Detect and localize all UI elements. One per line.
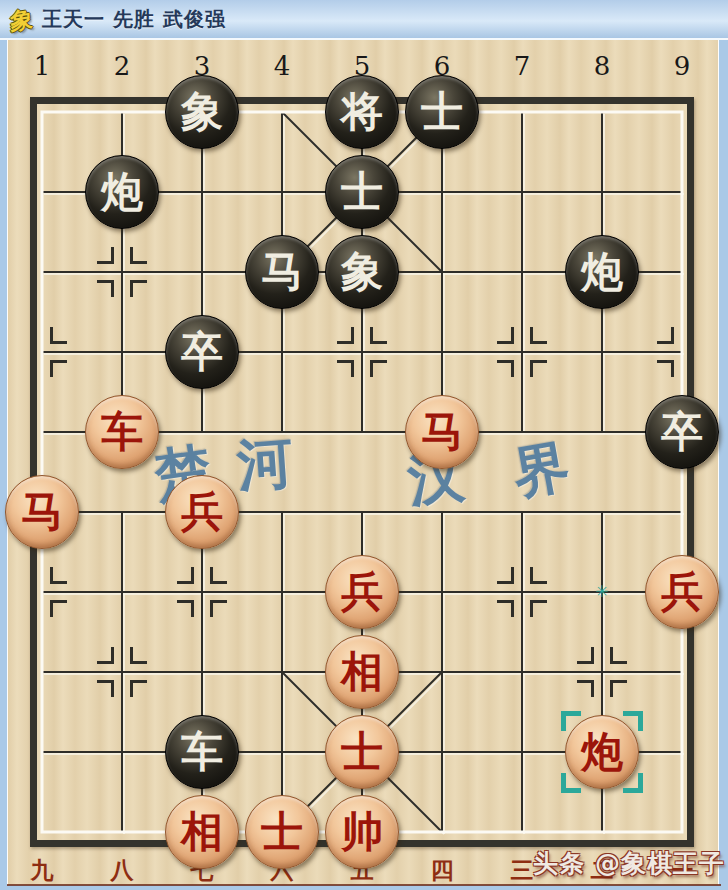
file-label-bottom-7: 三 — [511, 858, 534, 881]
point-marker — [530, 360, 547, 377]
black-piece-车[interactable]: 车 — [165, 715, 239, 789]
piece-glyph: 将 — [341, 91, 383, 133]
piece-glyph: 相 — [181, 811, 223, 853]
piece-glyph: 士 — [341, 731, 383, 773]
piece-glyph: 炮 — [581, 251, 623, 293]
piece-glyph: 兵 — [181, 491, 223, 533]
point-marker — [177, 600, 194, 617]
piece-glyph: 帅 — [341, 811, 383, 853]
black-piece-将[interactable]: 将 — [325, 75, 399, 149]
point-marker — [130, 680, 147, 697]
piece-glyph: 兵 — [341, 571, 383, 613]
black-piece-炮[interactable]: 炮 — [85, 155, 159, 229]
piece-glyph: 车 — [101, 411, 143, 453]
point-marker — [530, 600, 547, 617]
point-marker — [497, 327, 514, 344]
black-piece-马[interactable]: 马 — [245, 235, 319, 309]
point-marker — [577, 647, 594, 664]
black-piece-卒[interactable]: 卒 — [165, 315, 239, 389]
point-marker — [497, 600, 514, 617]
last-move-origin-marker: ✳ — [595, 584, 608, 600]
point-marker — [530, 567, 547, 584]
point-marker — [210, 600, 227, 617]
piece-glyph: 士 — [261, 811, 303, 853]
point-marker — [497, 360, 514, 377]
point-marker — [610, 680, 627, 697]
point-marker — [210, 567, 227, 584]
file-label-top-1: 1 — [34, 53, 51, 79]
red-piece-帅[interactable]: 帅 — [325, 795, 399, 869]
point-marker — [97, 247, 114, 264]
piece-glyph: 士 — [341, 171, 383, 213]
piece-glyph: 车 — [181, 731, 223, 773]
black-piece-象[interactable]: 象 — [165, 75, 239, 149]
point-marker — [97, 680, 114, 697]
piece-glyph: 士 — [421, 91, 463, 133]
piece-glyph: 象 — [181, 91, 223, 133]
piece-glyph: 马 — [261, 251, 303, 293]
red-piece-相[interactable]: 相 — [165, 795, 239, 869]
piece-glyph: 卒 — [181, 331, 223, 373]
river-text: 河 — [235, 433, 295, 493]
point-marker — [97, 647, 114, 664]
point-marker — [337, 360, 354, 377]
point-marker — [657, 360, 674, 377]
piece-glyph: 马 — [421, 411, 463, 453]
red-piece-兵[interactable]: 兵 — [325, 555, 399, 629]
red-piece-兵[interactable]: 兵 — [645, 555, 719, 629]
black-piece-炮[interactable]: 炮 — [565, 235, 639, 309]
red-piece-相[interactable]: 相 — [325, 635, 399, 709]
point-marker — [130, 247, 147, 264]
piece-glyph: 炮 — [101, 171, 143, 213]
point-marker — [50, 567, 67, 584]
file-label-top-8: 8 — [594, 53, 611, 79]
red-piece-车[interactable]: 车 — [85, 395, 159, 469]
point-marker — [610, 647, 627, 664]
point-marker — [50, 327, 67, 344]
black-piece-象[interactable]: 象 — [325, 235, 399, 309]
black-piece-卒[interactable]: 卒 — [645, 395, 719, 469]
watermark: 头条 @象棋王子 — [533, 847, 725, 880]
point-marker — [177, 567, 194, 584]
point-marker — [370, 327, 387, 344]
file-label-bottom-2: 八 — [111, 858, 134, 881]
piece-glyph: 马 — [21, 491, 63, 533]
piece-glyph: 象 — [341, 251, 383, 293]
file-label-bottom-1: 九 — [31, 858, 54, 881]
red-piece-兵[interactable]: 兵 — [165, 475, 239, 549]
file-label-top-9: 9 — [674, 53, 691, 79]
board: 123456789九八七六五四三二一楚河汉界✳象将士炮士马象炮卒车马卒马兵兵兵相… — [0, 0, 728, 890]
black-piece-士[interactable]: 士 — [325, 155, 399, 229]
file-label-top-4: 4 — [274, 53, 291, 79]
red-piece-士[interactable]: 士 — [325, 715, 399, 789]
point-marker — [97, 280, 114, 297]
red-piece-马[interactable]: 马 — [405, 395, 479, 469]
point-marker — [130, 647, 147, 664]
selection-bracket — [561, 711, 643, 793]
file-label-bottom-6: 四 — [431, 858, 454, 881]
piece-glyph: 卒 — [661, 411, 703, 453]
red-piece-士[interactable]: 士 — [245, 795, 319, 869]
selection-bracket-corner — [623, 773, 643, 793]
point-marker — [370, 360, 387, 377]
piece-glyph: 相 — [341, 651, 383, 693]
point-marker — [497, 567, 514, 584]
file-label-top-7: 7 — [514, 53, 531, 79]
point-marker — [50, 600, 67, 617]
selection-bracket-corner — [561, 773, 581, 793]
point-marker — [50, 360, 67, 377]
point-marker — [337, 327, 354, 344]
red-piece-马[interactable]: 马 — [5, 475, 79, 549]
point-marker — [577, 680, 594, 697]
panel-bottom-edge — [7, 884, 721, 886]
point-marker — [530, 327, 547, 344]
selection-bracket-corner — [561, 711, 581, 731]
river-text: 界 — [509, 437, 574, 502]
selection-bracket-corner — [623, 711, 643, 731]
point-marker — [657, 327, 674, 344]
point-marker — [130, 280, 147, 297]
piece-glyph: 兵 — [661, 571, 703, 613]
black-piece-士[interactable]: 士 — [405, 75, 479, 149]
file-label-top-2: 2 — [114, 53, 131, 79]
